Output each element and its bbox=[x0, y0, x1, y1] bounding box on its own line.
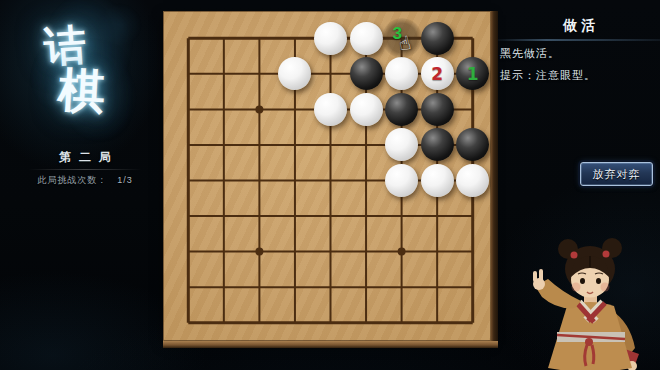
round-label: 第二局 bbox=[20, 149, 150, 166]
puzzle-logo: 诘 棋 bbox=[15, 0, 155, 160]
girl-eye-left bbox=[580, 278, 585, 284]
move-number-2: 2 bbox=[431, 64, 443, 84]
black-stone-r3c8 bbox=[421, 93, 454, 126]
girl-blush-left bbox=[572, 283, 581, 292]
white-stone-r1c6 bbox=[350, 22, 383, 55]
black-stone-r4c9 bbox=[456, 128, 489, 161]
board-edge-right bbox=[491, 11, 498, 341]
giveup-button[interactable]: 放弃对弈 bbox=[580, 162, 653, 186]
go-board: 213☝ bbox=[163, 11, 498, 348]
girl-ribbon-left bbox=[571, 252, 578, 259]
attempts-value: 1/3 bbox=[117, 175, 133, 185]
white-stone-r3c5 bbox=[314, 93, 347, 126]
puzzle-title: 做活 bbox=[500, 17, 658, 35]
go-board-surface[interactable]: 213☝ bbox=[163, 11, 491, 341]
preview-move-ghost[interactable]: 3☝ bbox=[382, 18, 422, 58]
logo-char-qi: 棋 bbox=[56, 59, 106, 124]
black-stone-r3c7 bbox=[385, 93, 418, 126]
white-stone-r3c6 bbox=[350, 93, 383, 126]
npc-girl-illustration bbox=[527, 222, 660, 370]
white-stone-r5c7 bbox=[385, 164, 418, 197]
attempts-counter: 此局挑战次数：1/3 bbox=[20, 174, 150, 187]
black-stone-r1c8 bbox=[421, 22, 454, 55]
task-text: 黑先做活。 bbox=[500, 46, 560, 61]
left-panel-divider bbox=[28, 169, 142, 170]
girl-eye-right bbox=[596, 278, 601, 284]
attempts-label: 此局挑战次数： bbox=[37, 175, 107, 185]
right-panel-divider bbox=[498, 39, 660, 41]
hint-text: 提示：注意眼型。 bbox=[500, 68, 596, 83]
hand-cursor-icon: ☝ bbox=[396, 31, 412, 55]
black-stone-r2c6 bbox=[350, 57, 383, 90]
girl-blush-right bbox=[601, 283, 610, 292]
move-number-1: 1 bbox=[467, 64, 479, 84]
board-edge-bottom bbox=[163, 341, 498, 348]
game-screen: { "game": { "name": "go", "variant": "9x… bbox=[0, 0, 660, 370]
white-stone-r5c8 bbox=[421, 164, 454, 197]
girl-ribbon-right bbox=[603, 251, 610, 258]
white-stone-r5c9 bbox=[456, 164, 489, 197]
girl-left-hand bbox=[533, 269, 545, 290]
white-stone-r1c5 bbox=[314, 22, 347, 55]
white-stone-r2c8: 2 bbox=[421, 57, 454, 90]
black-stone-r2c9: 1 bbox=[456, 57, 489, 90]
black-stone-r4c8 bbox=[421, 128, 454, 161]
